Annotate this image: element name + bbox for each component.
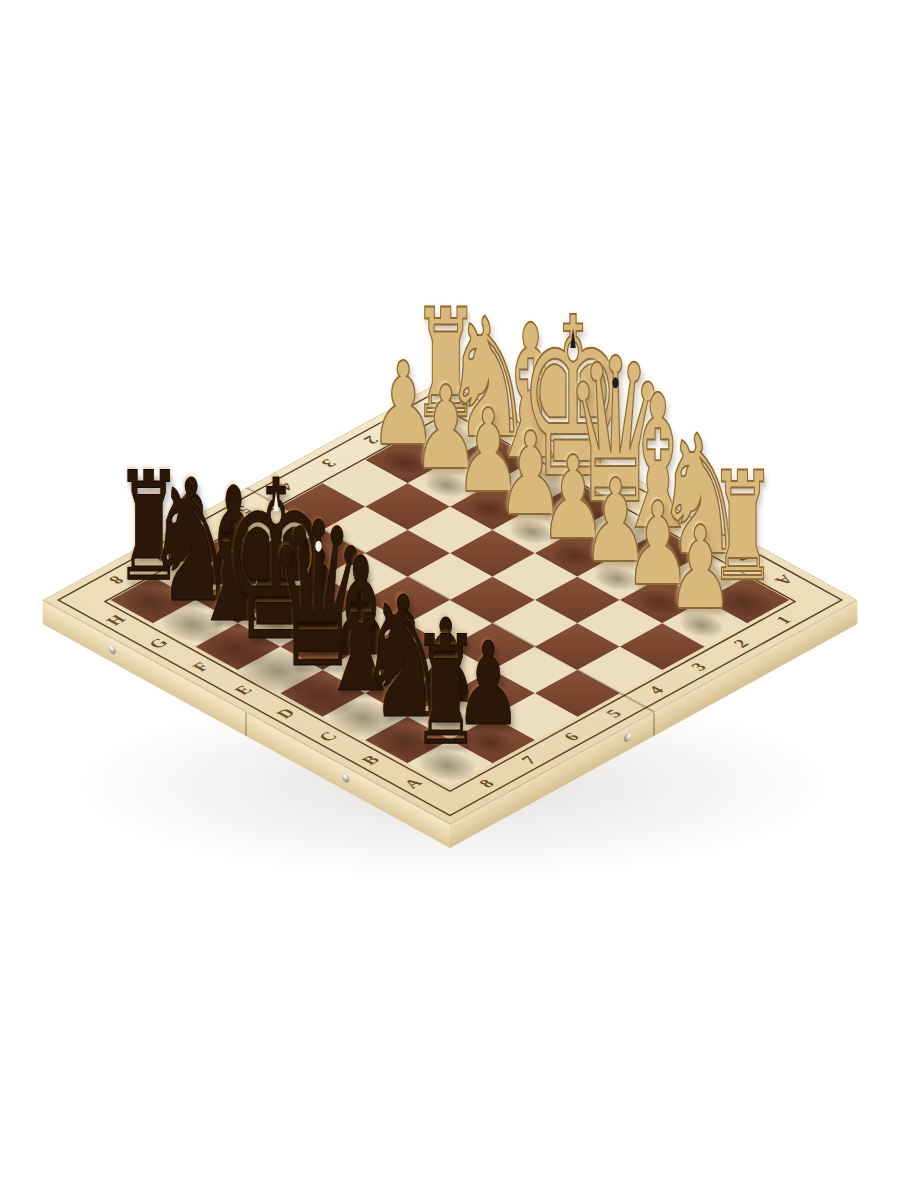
rook-icon: ♜ xyxy=(366,466,526,766)
screw-icon xyxy=(343,773,349,784)
pawn-icon: ♟ xyxy=(596,326,804,626)
chess-set-photo: HHGGFFEEDDCCBBAA1122334455667788♜♟♞♟♝♟♚♟… xyxy=(0,0,900,1200)
screw-icon xyxy=(625,732,631,743)
screw-icon xyxy=(109,644,115,655)
box-side-seam xyxy=(653,712,655,737)
box-side-seam xyxy=(245,712,247,737)
